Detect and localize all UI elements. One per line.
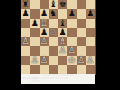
square-c7: ♟ bbox=[40, 9, 49, 18]
square-c3 bbox=[40, 46, 49, 55]
square-h2: ♙ bbox=[86, 56, 95, 65]
square-c6: ♖ bbox=[40, 19, 49, 28]
square-a4: ♙ bbox=[21, 37, 30, 46]
square-a8: ♜ bbox=[21, 0, 30, 9]
square-d4 bbox=[49, 37, 58, 46]
square-e7 bbox=[58, 9, 67, 18]
white-pawn-b2: ♙ bbox=[31, 56, 39, 65]
square-c4: ♙ bbox=[40, 37, 49, 46]
black-rook-a8: ♜ bbox=[22, 0, 30, 9]
square-g7 bbox=[77, 9, 86, 18]
square-e1 bbox=[58, 65, 67, 74]
square-f3: ♙ bbox=[67, 46, 76, 55]
square-e3: ♙ bbox=[58, 46, 67, 55]
white-rook-c6: ♖ bbox=[40, 19, 48, 28]
square-g1 bbox=[77, 65, 86, 74]
white-pawn-c2: ♙ bbox=[40, 56, 48, 65]
square-a2 bbox=[21, 56, 30, 65]
square-b8 bbox=[30, 0, 39, 9]
letterbox-bottom bbox=[21, 84, 95, 90]
pillarbox-right bbox=[95, 0, 120, 90]
white-king-f2: ♔ bbox=[68, 56, 76, 65]
square-b1 bbox=[30, 65, 39, 74]
square-g3 bbox=[77, 46, 86, 55]
square-h3 bbox=[86, 46, 95, 55]
square-g5 bbox=[77, 28, 86, 37]
square-e8: ♚ bbox=[58, 0, 67, 9]
black-pawn-f7: ♟ bbox=[68, 9, 76, 18]
black-bishop-d8: ♝ bbox=[49, 0, 57, 9]
square-d8: ♝ bbox=[49, 0, 58, 9]
white-pawn-f3: ♙ bbox=[68, 46, 76, 55]
square-f4 bbox=[67, 37, 76, 46]
square-f8 bbox=[67, 0, 76, 9]
square-d3 bbox=[49, 46, 58, 55]
white-pawn-h2: ♙ bbox=[86, 56, 94, 65]
black-knight-d7: ♞ bbox=[49, 9, 57, 18]
square-h8 bbox=[86, 0, 95, 9]
square-d1 bbox=[49, 65, 58, 74]
square-h4 bbox=[86, 37, 95, 46]
square-b2: ♙ bbox=[30, 56, 39, 65]
square-a5 bbox=[21, 28, 30, 37]
white-pawn-a4: ♙ bbox=[22, 37, 30, 46]
black-pawn-e5: ♟ bbox=[59, 28, 67, 37]
square-e5: ♟ bbox=[58, 28, 67, 37]
chess-board: ♜♝♚♟♟♞♟♟♟♖♝♟♘♟♙♙♗♙♙♙♙♔♙♙ bbox=[21, 0, 95, 74]
square-g8 bbox=[77, 0, 86, 9]
square-b7 bbox=[30, 9, 39, 18]
square-d7: ♞ bbox=[49, 9, 58, 18]
square-h1 bbox=[86, 65, 95, 74]
square-h6 bbox=[86, 19, 95, 28]
white-pawn-g2: ♙ bbox=[77, 56, 85, 65]
black-pawn-b6: ♟ bbox=[31, 19, 39, 28]
square-d5: ♘ bbox=[49, 28, 58, 37]
square-f5 bbox=[67, 28, 76, 37]
black-pawn-a7: ♟ bbox=[22, 9, 30, 18]
square-b6: ♟ bbox=[30, 19, 39, 28]
square-f7: ♟ bbox=[67, 9, 76, 18]
black-pawn-h7: ♟ bbox=[86, 9, 94, 18]
black-pawn-c7: ♟ bbox=[40, 9, 48, 18]
square-a6 bbox=[21, 19, 30, 28]
square-h5 bbox=[86, 28, 95, 37]
caption-line-3: ·· ··· ···· bbox=[21, 80, 95, 83]
board-edge-line bbox=[95, 0, 96, 75]
white-bishop-e4: ♗ bbox=[59, 37, 67, 46]
square-f6 bbox=[67, 19, 76, 28]
white-pawn-c4: ♙ bbox=[40, 37, 48, 46]
square-c2: ♙ bbox=[40, 56, 49, 65]
square-g4 bbox=[77, 37, 86, 46]
white-pawn-e3: ♙ bbox=[59, 46, 67, 55]
square-a3 bbox=[21, 46, 30, 55]
square-b3 bbox=[30, 46, 39, 55]
square-f1 bbox=[67, 65, 76, 74]
caption-line-2-rest: · ········ ····· ···· ·· ····· bbox=[38, 76, 68, 80]
white-knight-d5: ♘ bbox=[49, 28, 57, 37]
black-bishop-e6: ♝ bbox=[59, 19, 67, 28]
square-d2 bbox=[49, 56, 58, 65]
square-a1 bbox=[21, 65, 30, 74]
square-e6: ♝ bbox=[58, 19, 67, 28]
square-g6 bbox=[77, 19, 86, 28]
square-b5 bbox=[30, 28, 39, 37]
black-king-e8: ♚ bbox=[59, 0, 67, 9]
video-frame: ♜♝♚♟♟♞♟♟♟♖♝♟♘♟♙♙♗♙♙♙♙♔♙♙ ·· ····· ··· ··… bbox=[0, 0, 120, 90]
square-a7: ♟ bbox=[21, 9, 30, 18]
square-b4 bbox=[30, 37, 39, 46]
black-pawn-c5: ♟ bbox=[40, 28, 48, 37]
square-f2: ♔ bbox=[67, 56, 76, 65]
square-c8 bbox=[40, 0, 49, 9]
square-h7: ♟ bbox=[86, 9, 95, 18]
square-d6 bbox=[49, 19, 58, 28]
pillarbox-left bbox=[0, 0, 21, 90]
caption-strip: ·· ····· ··· ·· ··· ···· ·· ··· ···· ···… bbox=[21, 74, 95, 84]
square-c5: ♟ bbox=[40, 28, 49, 37]
square-e2 bbox=[58, 56, 67, 65]
square-e4: ♗ bbox=[58, 37, 67, 46]
square-c1 bbox=[40, 65, 49, 74]
square-g2: ♙ bbox=[77, 56, 86, 65]
